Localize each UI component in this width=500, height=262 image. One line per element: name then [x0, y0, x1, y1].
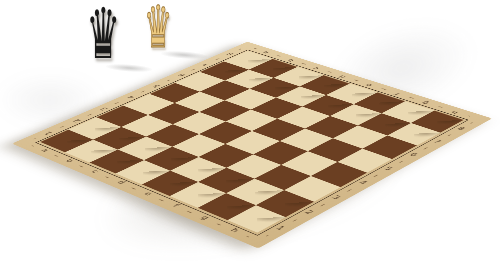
- camel-rook-icon: ♜: [421, 67, 450, 122]
- black-pawn-icon: ♟: [271, 157, 296, 204]
- camel-pawn-icon: ♟: [238, 39, 259, 79]
- black-knight-icon: ♞: [206, 137, 243, 207]
- black-queen-icon: ♛: [86, 0, 121, 69]
- camel-pawn-icon: ♟: [401, 91, 424, 135]
- camel-queen-icon: ♛: [144, 0, 173, 56]
- black-rook-icon: ♜: [239, 157, 272, 219]
